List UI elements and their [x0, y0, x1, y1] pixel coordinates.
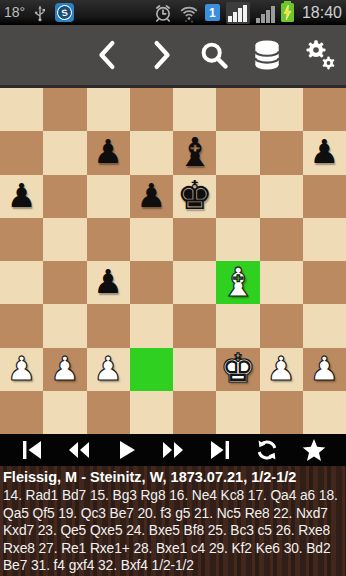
square-c8[interactable]: [87, 88, 130, 131]
square-b4[interactable]: [43, 261, 86, 304]
square-b7[interactable]: [43, 131, 86, 174]
square-f7[interactable]: [216, 131, 259, 174]
square-g4[interactable]: [260, 261, 303, 304]
black-pawn-c4: ♟: [93, 265, 123, 298]
square-g3[interactable]: [260, 304, 303, 347]
square-c2[interactable]: ♟: [87, 348, 130, 391]
signal-strength-2-icon: [256, 3, 275, 23]
star-icon: [301, 437, 327, 463]
black-pawn-c7: ♟: [93, 135, 123, 168]
rewind-icon: [66, 439, 92, 461]
square-g5[interactable]: [260, 218, 303, 261]
square-f3[interactable]: [216, 304, 259, 347]
previous-move-button[interactable]: [64, 437, 94, 463]
square-h8[interactable]: [303, 88, 346, 131]
square-g8[interactable]: [260, 88, 303, 131]
square-h2[interactable]: ♟: [303, 348, 346, 391]
white-pawn-h2: ♟: [310, 352, 340, 385]
square-d6[interactable]: ♟: [130, 175, 173, 218]
square-d3[interactable]: [130, 304, 173, 347]
square-e3[interactable]: [173, 304, 216, 347]
square-e8[interactable]: [173, 88, 216, 131]
square-h4[interactable]: [303, 261, 346, 304]
clock-time: 18:40: [302, 4, 342, 22]
square-a1[interactable]: [0, 391, 43, 434]
signal-strength-icon: [226, 2, 250, 24]
square-g6[interactable]: [260, 175, 303, 218]
white-king-f2: ♚: [220, 348, 256, 388]
white-pawn-b2: ♟: [50, 352, 80, 385]
favorite-button[interactable]: [299, 437, 329, 463]
skip-to-end-icon: [208, 439, 232, 461]
square-h3[interactable]: [303, 304, 346, 347]
square-h5[interactable]: [303, 218, 346, 261]
square-e5[interactable]: [173, 218, 216, 261]
refresh-icon: [255, 438, 279, 462]
square-c4[interactable]: ♟: [87, 261, 130, 304]
square-d1[interactable]: [130, 391, 173, 434]
game-header: Fleissig, M - Steinitz, W, 1873.07.21, 1…: [3, 468, 343, 487]
white-pawn-g2: ♟: [266, 352, 296, 385]
fast-forward-icon: [160, 439, 186, 461]
forward-button[interactable]: [145, 37, 177, 73]
black-bishop-e7: ♝: [177, 132, 213, 172]
search-button[interactable]: [198, 37, 230, 73]
square-c5[interactable]: [87, 218, 130, 261]
square-h6[interactable]: [303, 175, 346, 218]
square-h7[interactable]: ♟: [303, 131, 346, 174]
square-g7[interactable]: [260, 131, 303, 174]
square-a8[interactable]: [0, 88, 43, 131]
square-c3[interactable]: [87, 304, 130, 347]
square-e4[interactable]: [173, 261, 216, 304]
square-g1[interactable]: [260, 391, 303, 434]
skype-icon: S: [55, 3, 74, 22]
square-a2[interactable]: ♟: [0, 348, 43, 391]
black-pawn-h7: ♟: [310, 135, 340, 168]
black-pawn-a6: ♟: [7, 179, 37, 212]
square-f8[interactable]: [216, 88, 259, 131]
play-icon: [114, 438, 138, 462]
next-move-button[interactable]: [158, 437, 188, 463]
square-b8[interactable]: [43, 88, 86, 131]
square-d5[interactable]: [130, 218, 173, 261]
square-d4[interactable]: [130, 261, 173, 304]
square-h1[interactable]: [303, 391, 346, 434]
square-a5[interactable]: [0, 218, 43, 261]
play-button[interactable]: [111, 437, 141, 463]
square-e1[interactable]: [173, 391, 216, 434]
refresh-button[interactable]: [252, 437, 282, 463]
battery-charging-icon: [281, 3, 294, 22]
square-c1[interactable]: [87, 391, 130, 434]
black-king-e6: ♚: [177, 175, 213, 215]
square-b5[interactable]: [43, 218, 86, 261]
square-e2[interactable]: [173, 348, 216, 391]
square-d8[interactable]: [130, 88, 173, 131]
square-f6[interactable]: [216, 175, 259, 218]
chevron-right-icon: [148, 39, 174, 71]
square-a6[interactable]: ♟: [0, 175, 43, 218]
square-b3[interactable]: [43, 304, 86, 347]
wireless-data-icon: [179, 2, 199, 24]
square-b6[interactable]: [43, 175, 86, 218]
playback-controls: [0, 434, 346, 466]
back-button[interactable]: [92, 37, 124, 73]
status-bar: 18° S 1 18:40: [0, 0, 346, 25]
square-d2[interactable]: [130, 348, 173, 391]
square-b2[interactable]: ♟: [43, 348, 86, 391]
square-b1[interactable]: [43, 391, 86, 434]
square-c7[interactable]: ♟: [87, 131, 130, 174]
square-f2[interactable]: ♚: [216, 348, 259, 391]
database-button[interactable]: [251, 37, 283, 73]
square-f4[interactable]: ♝: [216, 261, 259, 304]
square-c6[interactable]: [87, 175, 130, 218]
square-a4[interactable]: [0, 261, 43, 304]
skip-to-start-button[interactable]: [17, 437, 47, 463]
square-d7[interactable]: [130, 131, 173, 174]
square-a3[interactable]: [0, 304, 43, 347]
game-info-panel[interactable]: Fleissig, M - Steinitz, W, 1873.07.21, 1…: [0, 466, 346, 576]
square-a7[interactable]: [0, 131, 43, 174]
white-bishop-f4: ♝: [220, 262, 256, 302]
database-icon: [253, 39, 281, 71]
settings-button[interactable]: [304, 37, 336, 73]
usb-icon: [31, 2, 49, 24]
square-f5[interactable]: [216, 218, 259, 261]
chess-board: ♟♝♟♟♟♚♟♝♟♟♟♚♟♟: [0, 88, 346, 434]
sim1-badge: 1: [205, 4, 220, 21]
square-e7[interactable]: ♝: [173, 131, 216, 174]
move-list: 14. Rad1 Bd7 15. Bg3 Rg8 16. Ne4 Kc8 17.…: [3, 487, 343, 575]
black-pawn-d6: ♟: [137, 179, 167, 212]
chevron-left-icon: [95, 39, 121, 71]
search-icon: [199, 40, 229, 70]
square-f1[interactable]: [216, 391, 259, 434]
gears-icon: [303, 38, 337, 72]
white-pawn-c2: ♟: [93, 352, 123, 385]
square-e6[interactable]: ♚: [173, 175, 216, 218]
skip-to-start-icon: [20, 439, 44, 461]
app-toolbar: [0, 25, 346, 88]
square-g2[interactable]: ♟: [260, 348, 303, 391]
skip-to-end-button[interactable]: [205, 437, 235, 463]
temperature-indicator: 18°: [4, 0, 25, 25]
alarm-clock-icon: [153, 2, 173, 24]
white-pawn-a2: ♟: [7, 352, 37, 385]
